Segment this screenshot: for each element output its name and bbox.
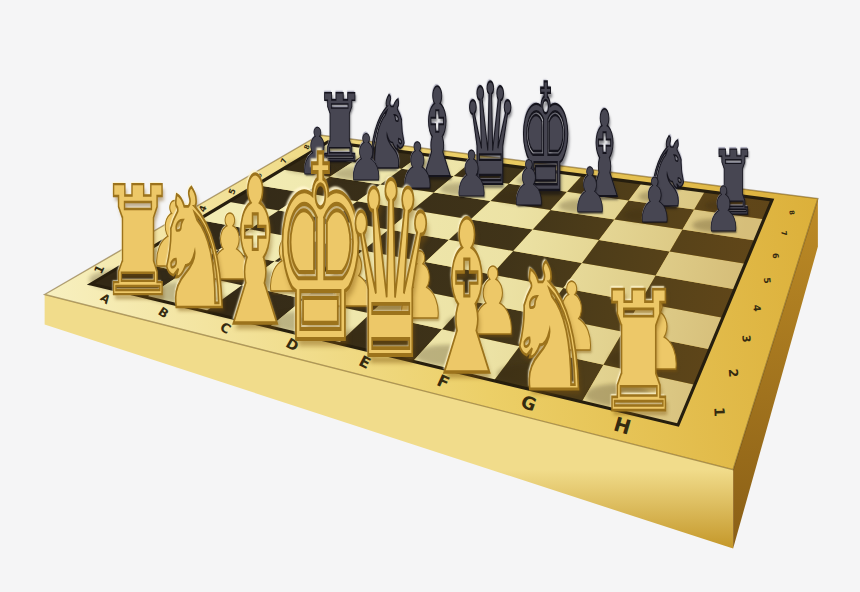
rank-label-right-5: 5 [762, 277, 773, 284]
piece-black-pawn-h7[interactable]: ♟ [691, 180, 757, 242]
piece-white-rook-h1[interactable]: ♜ [563, 270, 715, 436]
rank-label-right-4: 4 [751, 304, 763, 312]
rank-label-right-2: 2 [726, 368, 741, 377]
piece-black-pawn-g7[interactable]: ♟ [622, 171, 688, 233]
chess-illustration-scene: ABCDEFGH1122334455667788 ♜♞♝♟♛♟♚♟♝♟♞♟♜♟♟… [0, 0, 860, 592]
rank-label-right-3: 3 [739, 334, 753, 343]
piece-black-pawn-f7[interactable]: ♟ [557, 161, 623, 223]
rank-label-right-7: 7 [779, 230, 789, 236]
